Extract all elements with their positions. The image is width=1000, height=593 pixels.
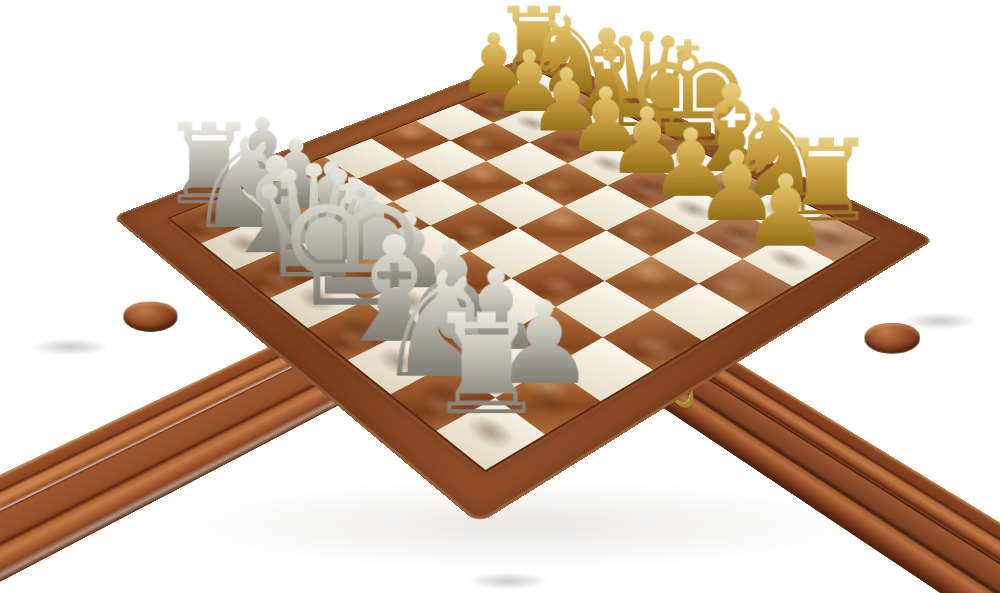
product-photo-stage: Contemporary metal chess set on a wooden…	[0, 0, 1000, 593]
bun-foot-left	[123, 302, 177, 332]
scene-3d: ♜♞♝♛♚♝♞♜♟♟♟♟♟♟♟♟♟♟♟♟♟♟♟♟♜♞♝♛♚♝♞♜	[0, 0, 1000, 593]
piece-black-pawn-h7[interactable]: ♟	[694, 163, 878, 262]
bun-foot-right	[865, 323, 920, 354]
piece-white-rook-h1[interactable]: ♜	[377, 296, 596, 435]
